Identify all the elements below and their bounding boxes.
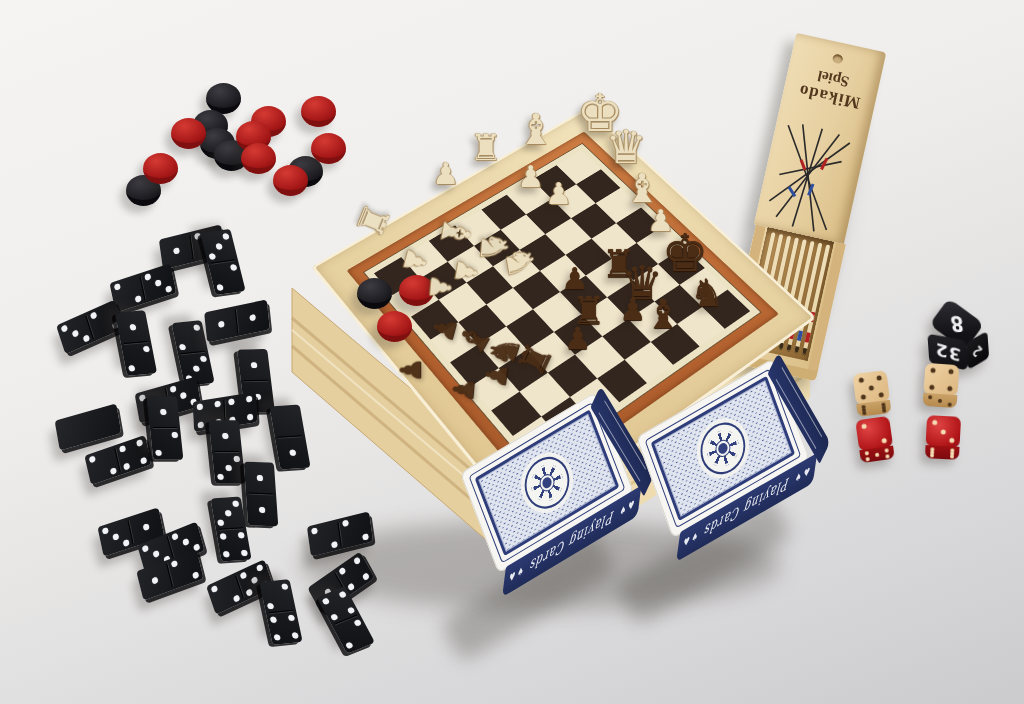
die-front-face [925,445,960,460]
die-pip [859,378,865,384]
domino-pip [259,507,265,513]
domino-half [237,349,271,381]
checker-disc-red [311,133,346,164]
domino-pip [155,279,162,287]
mikado-stick-tip [786,344,791,351]
domino-pip [83,334,90,342]
domino-pip [218,321,224,328]
checker-disc-red [301,96,336,127]
die-pip [929,384,934,389]
die-pip [885,448,890,453]
deck-suit-symbols: ♠ ♥ [619,498,635,518]
die-top-face [926,415,962,448]
deck-suit-symbols: ♠ ♥ [794,465,810,485]
domino-pip [238,532,245,538]
domino-pip [142,545,149,553]
domino-tile-3-4 [210,496,251,561]
domino-pip [230,264,237,271]
die-pip [861,424,867,430]
domino-tile-1-1 [204,299,270,342]
domino-half [121,342,157,376]
domino-tile-3-2 [200,229,245,295]
domino-pip [179,344,186,350]
domino-pip [222,433,229,439]
mikado-stick-tip [794,346,799,353]
mikado-lid: Mikado Spiel [754,33,886,244]
domino-pip [249,314,255,321]
die-pip [948,402,952,406]
domino-pip [136,439,143,447]
domino-pip [362,533,369,540]
die-pip [876,376,882,382]
domino-pip [331,541,338,548]
domino-half [210,496,246,530]
mikado-stick-band [797,330,803,341]
domino-pip [139,394,146,402]
domino-pip [143,346,150,352]
die-pip [948,369,953,374]
domino-half [259,579,296,613]
domino-half [212,452,246,484]
domino-half [204,306,238,343]
domino-pip [223,551,230,557]
domino-pip [90,311,97,319]
deck-suit-symbols: ♥ ♠ [683,530,699,550]
domino-pip [217,474,224,480]
checker-disc-black [357,278,392,309]
die-pip [941,429,946,434]
domino-pip [140,457,147,465]
die-pip [864,451,869,456]
domino-pip [193,365,200,371]
domino-tile-facedown [55,403,122,450]
domino-pip [217,520,224,526]
die-pip [865,457,870,462]
checker-disc-red [241,143,276,174]
domino-pip [233,594,240,602]
domino-pip [123,463,130,471]
domino-pip [345,642,353,650]
domino-pip [211,585,218,593]
domino-pip [281,583,288,589]
domino-pip [173,247,180,254]
domino-pip [353,619,361,627]
deck-suit-symbols: ♥ ♠ [508,565,524,585]
domino-pip [246,396,252,403]
domino-pip [170,385,177,393]
checker-disc-red [273,165,308,196]
domino-pip [214,401,220,408]
domino-pip [129,324,136,330]
domino-pip [197,403,203,410]
die-pip [875,452,880,457]
domino-half [244,462,276,495]
domino-pip [151,577,158,585]
domino-pip [233,456,240,462]
domino-pip [241,550,248,556]
red-die [925,415,961,460]
checker-disc-red [143,153,178,184]
red-die [855,416,895,463]
domino-pip [61,324,68,332]
domino-tile-3-2 [56,300,124,355]
domino-pip [347,583,355,592]
wooden-die [853,370,892,417]
domino-pip [228,398,234,405]
domino-half [150,428,184,460]
die-front-face [923,393,958,408]
mikado-stick-band [805,332,811,343]
domino-pip [198,421,204,428]
die-pip [882,408,886,412]
domino-pip [222,233,229,240]
domino-pip [135,295,142,303]
die-pip [878,392,884,398]
domino-pip [216,284,223,291]
domino-pip [251,362,258,368]
domino-pip [347,607,355,615]
domino-half [269,404,305,438]
die-pip [861,394,867,400]
domino-pip [112,533,119,541]
checker-disc-red [377,311,412,342]
domino-half [115,310,151,344]
domino-half [235,299,269,336]
domino-half [147,396,181,428]
domino-pip [289,450,296,456]
domino-pip [288,615,295,621]
domino-pip [267,603,274,609]
domino-pip [240,571,247,579]
domino-pip [232,501,239,507]
domino-pip [110,467,117,475]
domino-pip [251,576,258,584]
domino-pip [72,329,79,337]
domino-pip [193,324,200,330]
domino-pip [180,392,187,400]
domino-pip [144,273,151,281]
domino-pip [247,414,253,421]
domino-pip [171,560,178,568]
die-top-face [923,363,959,396]
domino-tile-2-4 [84,435,151,485]
domino-pip [311,527,318,534]
domino-tile-1-3 [209,420,246,484]
domino-tile-2-4 [259,579,302,645]
die-pip [930,368,935,373]
die-pip [947,385,952,390]
domino-pip [256,564,263,572]
die-pip [930,453,934,457]
domino-pip [160,409,167,415]
domino-pip [353,556,361,565]
domino-pip [114,283,121,291]
domino-pip [119,445,126,453]
die-pip [881,437,887,443]
domino-half [216,528,252,562]
domino-pip [270,617,277,623]
die-pip [938,399,942,403]
mikado-stick-tip [802,348,807,355]
photo-scene: ♜♝♟♟♚♛♝♟♟♜♝♞♞♟♟♟♜♛♚♞♝♜♟♟♟♜♞♝♟♟♟♟ Mikado … [0,0,1024,704]
domino-pip [342,520,349,527]
domino-half [171,320,208,354]
domino-pip [257,475,263,481]
domino-pip [123,539,130,547]
domino-pip [171,533,178,541]
domino-pip [215,243,222,250]
mikado-lid-hole [832,53,844,64]
die-pip [885,454,890,459]
wooden-die [923,363,960,408]
domino-half [209,420,243,452]
die-pip [868,385,874,391]
domino-pip [338,591,346,599]
domino-half [140,263,177,302]
domino-half [275,436,311,470]
domino-pip [322,598,330,606]
domino-pip [155,450,162,456]
domino-divider [153,427,177,428]
die-pip [928,395,932,399]
die-pip [949,437,954,442]
die-pip [932,420,937,425]
domino-pip [200,356,207,362]
domino-pip [292,632,299,638]
domino-pip [225,465,232,471]
domino-tile-1-2 [115,310,157,375]
domino-pip [143,523,150,531]
domino-pip [338,567,346,576]
domino-pip [274,634,281,640]
domino-tile-0-1 [269,404,310,469]
domino-pip [246,588,253,596]
domino-pip [209,253,216,260]
die-front-face [856,400,891,417]
domino-pip [128,365,135,371]
domino-tile-4-2 [317,586,375,654]
domino-pip [89,455,96,463]
checker-disc-red [399,275,434,306]
mikado-label: Mikado Spiel [782,60,880,116]
domino-half [266,610,303,644]
domino-half [246,493,278,526]
checker-disc-red [171,118,206,149]
mikado-sticks-illustration [756,117,865,241]
domino-pip [330,613,338,621]
domino-half [208,260,246,295]
domino-pip [102,527,109,535]
domino-pip [192,571,199,579]
domino-pip [362,572,370,581]
die-pip [862,410,866,414]
domino-divider [215,451,239,452]
domino-pip [171,432,178,438]
domino-pip [220,533,227,539]
domino-pip [182,538,189,546]
domino-tile-1-1 [244,462,279,527]
die-pip [950,454,954,458]
domino-pip [165,285,172,293]
domino-tile-2-3 [109,263,176,312]
domino-pip [225,510,232,516]
domino-pip [153,550,160,558]
